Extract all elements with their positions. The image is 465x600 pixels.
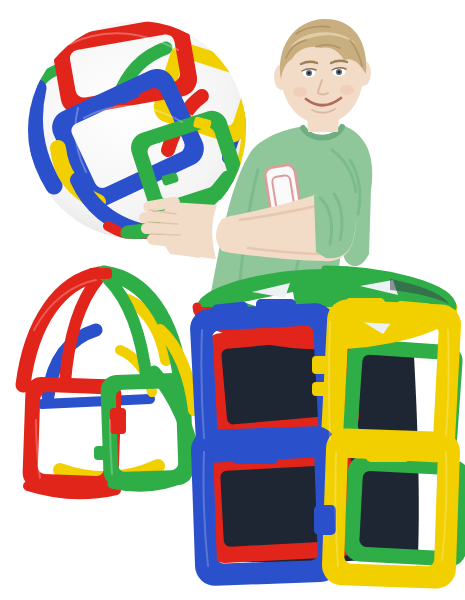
- tab-yellow-rim-1: [345, 298, 385, 310]
- dome-apex-tab: [88, 268, 112, 279]
- tab-blue-rim-2: [256, 299, 296, 311]
- tab-yellow-seam-upper2: [312, 382, 334, 396]
- ball-yellow-left-sliver: [26, 168, 36, 196]
- dome-tab-red: [110, 408, 126, 434]
- tab-blue-mid: [232, 448, 278, 464]
- dome-blue-inner-band: [42, 399, 150, 404]
- tab-yellow-mid: [366, 446, 410, 462]
- cheek-left: [293, 87, 307, 97]
- cheek-right: [340, 85, 354, 95]
- boy-head: [274, 19, 371, 124]
- cylinder-structure: [189, 269, 465, 589]
- hand: [139, 196, 217, 259]
- tab-yellow-seam-upper: [312, 356, 334, 374]
- tab-blue-seam-lower: [314, 505, 336, 535]
- product-photo: [0, 0, 465, 600]
- photo-canvas: [0, 0, 465, 600]
